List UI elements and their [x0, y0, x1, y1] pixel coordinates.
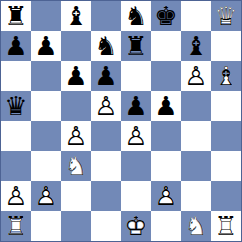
square-d2[interactable] [91, 181, 121, 211]
black-rook-piece[interactable]: ♜ [121, 31, 151, 61]
square-h2[interactable] [211, 181, 241, 211]
square-e5[interactable]: ♟ [121, 91, 151, 121]
piece-outline: ♔ [121, 211, 151, 241]
square-h4[interactable] [211, 121, 241, 151]
square-b5[interactable] [31, 91, 61, 121]
square-d3[interactable] [91, 151, 121, 181]
square-a2[interactable]: ♟♙ [1, 181, 31, 211]
black-king-piece[interactable]: ♚ [151, 1, 181, 31]
square-g1[interactable]: ♞♘ [181, 211, 211, 241]
white-bishop-piece[interactable]: ♝♗ [211, 61, 241, 91]
square-g5[interactable] [181, 91, 211, 121]
square-e3[interactable] [121, 151, 151, 181]
square-h7[interactable] [211, 31, 241, 61]
square-b8[interactable] [31, 1, 61, 31]
square-b7[interactable]: ♟ [31, 31, 61, 61]
black-queen-piece[interactable]: ♛ [1, 91, 31, 121]
square-h3[interactable] [211, 151, 241, 181]
square-f4[interactable] [151, 121, 181, 151]
square-b4[interactable] [31, 121, 61, 151]
square-d4[interactable] [91, 121, 121, 151]
black-knight-piece[interactable]: ♞ [91, 31, 121, 61]
piece-outline: ♗ [211, 61, 241, 91]
white-rook-piece[interactable]: ♜♖ [211, 211, 241, 241]
square-d5[interactable]: ♟♙ [91, 91, 121, 121]
square-d7[interactable]: ♞ [91, 31, 121, 61]
piece-outline: ♙ [31, 181, 61, 211]
square-a6[interactable] [1, 61, 31, 91]
square-h6[interactable]: ♝♗ [211, 61, 241, 91]
square-c7[interactable] [61, 31, 91, 61]
square-d8[interactable] [91, 1, 121, 31]
chess-board-container: ♜♝♞♚♛♕♟♟♞♜♝♟♟♟♙♝♗♛♟♙♟♟♟♙♟♙♞♘♟♙♟♙♟♙♜♖♚♔♞♘… [0, 0, 242, 242]
square-f3[interactable] [151, 151, 181, 181]
piece-outline: ♙ [181, 61, 211, 91]
square-g2[interactable] [181, 181, 211, 211]
white-pawn-piece[interactable]: ♟♙ [121, 121, 151, 151]
black-pawn-piece[interactable]: ♟ [91, 61, 121, 91]
square-d6[interactable]: ♟ [91, 61, 121, 91]
square-b6[interactable] [31, 61, 61, 91]
white-knight-piece[interactable]: ♞♘ [61, 151, 91, 181]
black-bishop-piece[interactable]: ♝ [61, 1, 91, 31]
white-pawn-piece[interactable]: ♟♙ [31, 181, 61, 211]
square-c4[interactable]: ♟♙ [61, 121, 91, 151]
piece-outline: ♙ [121, 121, 151, 151]
white-pawn-piece[interactable]: ♟♙ [151, 181, 181, 211]
square-h1[interactable]: ♜♖ [211, 211, 241, 241]
square-f1[interactable] [151, 211, 181, 241]
square-h8[interactable]: ♛♕ [211, 1, 241, 31]
square-c3[interactable]: ♞♘ [61, 151, 91, 181]
square-c6[interactable]: ♟ [61, 61, 91, 91]
square-c5[interactable] [61, 91, 91, 121]
white-queen-piece[interactable]: ♛♕ [211, 1, 241, 31]
square-e4[interactable]: ♟♙ [121, 121, 151, 151]
square-b1[interactable] [31, 211, 61, 241]
black-knight-piece[interactable]: ♞ [121, 1, 151, 31]
square-b3[interactable] [31, 151, 61, 181]
square-a7[interactable]: ♟ [1, 31, 31, 61]
piece-outline: ♕ [211, 1, 241, 31]
square-e6[interactable] [121, 61, 151, 91]
square-f5[interactable]: ♟ [151, 91, 181, 121]
square-g4[interactable] [181, 121, 211, 151]
piece-outline: ♘ [61, 151, 91, 181]
square-d1[interactable] [91, 211, 121, 241]
square-e2[interactable] [121, 181, 151, 211]
square-g8[interactable] [181, 1, 211, 31]
square-h5[interactable] [211, 91, 241, 121]
white-pawn-piece[interactable]: ♟♙ [181, 61, 211, 91]
piece-outline: ♙ [61, 121, 91, 151]
square-a3[interactable] [1, 151, 31, 181]
square-f8[interactable]: ♚ [151, 1, 181, 31]
black-rook-piece[interactable]: ♜ [1, 1, 31, 31]
black-bishop-piece[interactable]: ♝ [181, 31, 211, 61]
white-pawn-piece[interactable]: ♟♙ [91, 91, 121, 121]
piece-outline: ♘ [181, 211, 211, 241]
square-c8[interactable]: ♝ [61, 1, 91, 31]
white-pawn-piece[interactable]: ♟♙ [1, 181, 31, 211]
square-f7[interactable] [151, 31, 181, 61]
piece-outline: ♙ [1, 181, 31, 211]
square-a4[interactable] [1, 121, 31, 151]
square-e8[interactable]: ♞ [121, 1, 151, 31]
black-pawn-piece[interactable]: ♟ [151, 91, 181, 121]
piece-outline: ♖ [211, 211, 241, 241]
square-a8[interactable]: ♜ [1, 1, 31, 31]
piece-outline: ♖ [1, 211, 31, 241]
black-pawn-piece[interactable]: ♟ [1, 31, 31, 61]
square-c1[interactable] [61, 211, 91, 241]
square-e1[interactable]: ♚♔ [121, 211, 151, 241]
white-knight-piece[interactable]: ♞♘ [181, 211, 211, 241]
square-c2[interactable] [61, 181, 91, 211]
black-pawn-piece[interactable]: ♟ [61, 61, 91, 91]
square-e7[interactable]: ♜ [121, 31, 151, 61]
square-a5[interactable]: ♛ [1, 91, 31, 121]
white-king-piece[interactable]: ♚♔ [121, 211, 151, 241]
piece-outline: ♙ [151, 181, 181, 211]
square-f2[interactable]: ♟♙ [151, 181, 181, 211]
black-pawn-piece[interactable]: ♟ [31, 31, 61, 61]
square-f6[interactable] [151, 61, 181, 91]
square-a1[interactable]: ♜♖ [1, 211, 31, 241]
square-g3[interactable] [181, 151, 211, 181]
square-b2[interactable]: ♟♙ [31, 181, 61, 211]
square-g7[interactable]: ♝ [181, 31, 211, 61]
white-rook-piece[interactable]: ♜♖ [1, 211, 31, 241]
square-g6[interactable]: ♟♙ [181, 61, 211, 91]
chess-board: ♜♝♞♚♛♕♟♟♞♜♝♟♟♟♙♝♗♛♟♙♟♟♟♙♟♙♞♘♟♙♟♙♟♙♜♖♚♔♞♘… [0, 0, 242, 242]
white-pawn-piece[interactable]: ♟♙ [61, 121, 91, 151]
black-pawn-piece[interactable]: ♟ [121, 91, 151, 121]
piece-outline: ♙ [91, 91, 121, 121]
